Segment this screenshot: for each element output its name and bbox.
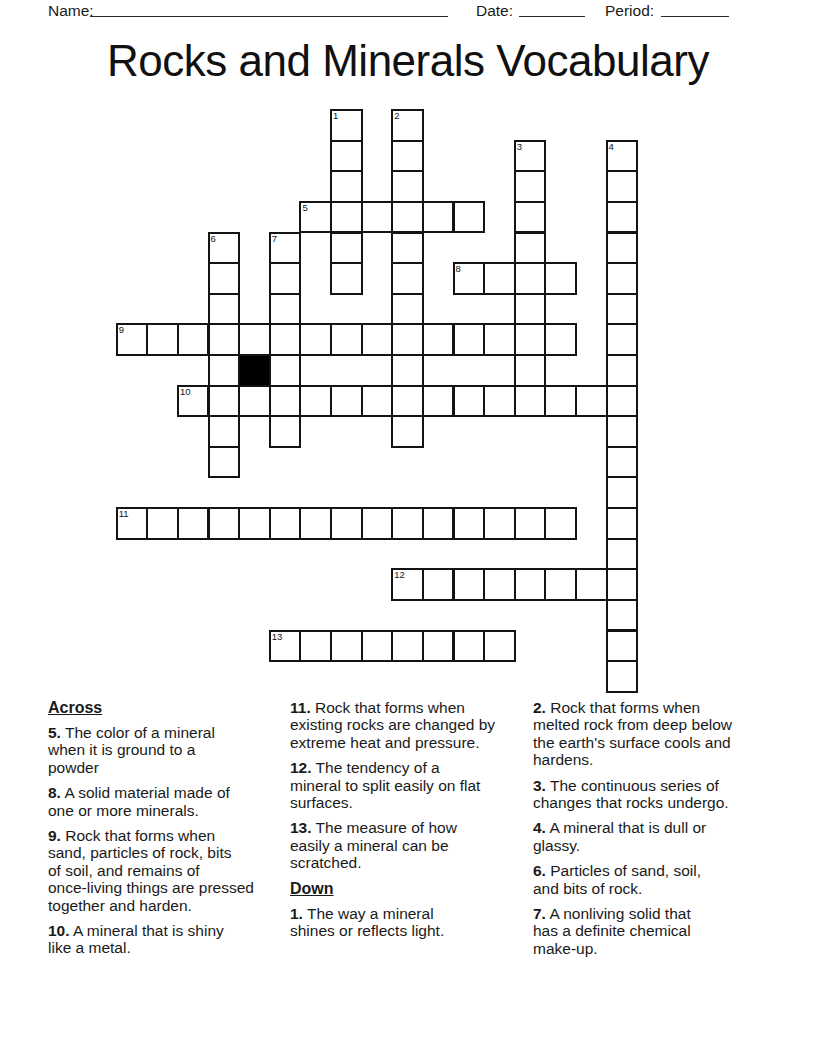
clue-across-13: 13. The measure of how easily a mineral …: [290, 819, 532, 871]
clue-number-label: 7.: [533, 905, 546, 922]
grid-cell[interactable]: [544, 507, 577, 540]
clue-number-label: 8.: [48, 784, 61, 801]
grid-cell[interactable]: [391, 170, 424, 203]
clue-column-3: 2. Rock that forms when melted rock from…: [533, 699, 775, 965]
grid-cell[interactable]: 2: [391, 109, 424, 142]
grid-cell[interactable]: [514, 262, 547, 295]
black-cell: [238, 354, 271, 387]
clue-number-label: 5.: [48, 724, 61, 741]
clue-number: 2: [394, 110, 399, 121]
grid-cell[interactable]: [330, 507, 363, 540]
clue-number: 7: [272, 233, 277, 244]
puzzle-title: Rocks and Minerals Vocabulary: [0, 36, 816, 86]
grid-cell[interactable]: [483, 630, 516, 663]
grid-cell[interactable]: [208, 262, 241, 295]
grid-cell[interactable]: 5: [299, 201, 332, 234]
grid-cell[interactable]: [330, 140, 363, 173]
grid-cell[interactable]: [177, 507, 210, 540]
grid-cell[interactable]: [361, 201, 394, 234]
grid-cell[interactable]: [422, 630, 455, 663]
clue-number-label: 10.: [48, 922, 70, 939]
clue-number: 3: [517, 141, 522, 152]
grid-cell[interactable]: [269, 354, 302, 387]
grid-cell[interactable]: [330, 630, 363, 663]
grid-cell[interactable]: [330, 385, 363, 418]
clue-down-4: 4. A mineral that is dull or glassy.: [533, 819, 775, 854]
grid-cell[interactable]: [514, 293, 547, 326]
grid-cell[interactable]: [208, 323, 241, 356]
clue-number-label: 4.: [533, 819, 546, 836]
grid-cell[interactable]: [422, 201, 455, 234]
grid-cell[interactable]: [361, 507, 394, 540]
grid-cell[interactable]: 7: [269, 232, 302, 265]
grid-cell[interactable]: 3: [514, 140, 547, 173]
grid-cell[interactable]: [146, 507, 179, 540]
grid-cell[interactable]: [606, 232, 639, 265]
date-blank: [519, 2, 585, 17]
grid-cell[interactable]: [606, 660, 639, 693]
grid-cell[interactable]: [208, 415, 241, 448]
clue-across-9: 9. Rock that forms when sand, particles …: [48, 827, 290, 914]
grid-cell[interactable]: [330, 170, 363, 203]
grid-cell[interactable]: [453, 201, 486, 234]
grid-cell[interactable]: [544, 568, 577, 601]
grid-cell[interactable]: [391, 323, 424, 356]
grid-cell[interactable]: [299, 630, 332, 663]
grid-cell[interactable]: [422, 507, 455, 540]
grid-cell[interactable]: [269, 262, 302, 295]
clue-number: 8: [456, 263, 461, 274]
clue-number: 9: [119, 324, 124, 335]
grid-cell[interactable]: [514, 323, 547, 356]
grid-cell[interactable]: 6: [208, 232, 241, 265]
clue-column-2: 11. Rock that forms when existing rocks …: [290, 699, 532, 947]
grid-cell[interactable]: [483, 568, 516, 601]
clue-number: 6: [211, 233, 216, 244]
grid-cell[interactable]: [453, 323, 486, 356]
grid-cell[interactable]: 4: [606, 140, 639, 173]
grid-cell[interactable]: 1: [330, 109, 363, 142]
grid-cell[interactable]: [606, 323, 639, 356]
grid-cell[interactable]: [391, 415, 424, 448]
grid-cell[interactable]: [238, 385, 271, 418]
grid-cell[interactable]: [453, 507, 486, 540]
clue-section-header-down: Down: [290, 880, 532, 898]
grid-cell[interactable]: [606, 476, 639, 509]
clue-column-1: Across5. The color of a mineral when it …: [48, 699, 290, 965]
grid-cell[interactable]: [146, 323, 179, 356]
period-label: Period:: [605, 2, 654, 20]
grid-cell[interactable]: [606, 354, 639, 387]
grid-cell[interactable]: [269, 293, 302, 326]
grid-cell[interactable]: [606, 446, 639, 479]
clue-number: 5: [302, 202, 307, 213]
grid-cell[interactable]: [361, 385, 394, 418]
grid-cell[interactable]: [483, 385, 516, 418]
grid-cell[interactable]: [606, 599, 639, 632]
grid-cell[interactable]: [544, 262, 577, 295]
grid-cell[interactable]: [483, 507, 516, 540]
period-blank: [661, 2, 729, 17]
grid-cell[interactable]: [391, 293, 424, 326]
clue-number-label: 12.: [290, 759, 312, 776]
grid-cell[interactable]: [606, 170, 639, 203]
clue-across-10: 10. A mineral that is shiny like a metal…: [48, 922, 290, 957]
grid-cell[interactable]: [422, 323, 455, 356]
grid-cell[interactable]: [208, 385, 241, 418]
clue-across-5: 5. The color of a mineral when it is gro…: [48, 724, 290, 776]
grid-cell[interactable]: [422, 568, 455, 601]
grid-cell[interactable]: [330, 232, 363, 265]
grid-cell[interactable]: [330, 323, 363, 356]
grid-cell[interactable]: [544, 323, 577, 356]
grid-cell[interactable]: [514, 232, 547, 265]
grid-cell[interactable]: [238, 323, 271, 356]
clue-across-11: 11. Rock that forms when existing rocks …: [290, 699, 532, 751]
grid-cell[interactable]: [422, 385, 455, 418]
clue-number: 12: [394, 569, 405, 580]
grid-cell[interactable]: [575, 568, 608, 601]
grid-cell[interactable]: [514, 507, 547, 540]
grid-cell[interactable]: [269, 507, 302, 540]
clue-number-label: 1.: [290, 905, 303, 922]
grid-cell[interactable]: [453, 630, 486, 663]
grid-cell[interactable]: [453, 568, 486, 601]
grid-cell[interactable]: [514, 170, 547, 203]
grid-cell[interactable]: [330, 201, 363, 234]
grid-cell[interactable]: [606, 385, 639, 418]
name-label: Name:: [48, 2, 94, 20]
grid-cell[interactable]: [361, 323, 394, 356]
clue-number-label: 6.: [533, 862, 546, 879]
grid-cell[interactable]: [391, 507, 424, 540]
grid-cell[interactable]: [177, 323, 210, 356]
grid-cell[interactable]: [391, 201, 424, 234]
grid-cell[interactable]: [208, 507, 241, 540]
grid-cell[interactable]: 8: [453, 262, 486, 295]
clue-down-3: 3. The continuous series of changes that…: [533, 777, 775, 812]
grid-cell[interactable]: [514, 354, 547, 387]
clue-number-label: 9.: [48, 827, 61, 844]
grid-cell[interactable]: [269, 385, 302, 418]
grid-cell[interactable]: [514, 385, 547, 418]
grid-cell[interactable]: [299, 323, 332, 356]
grid-cell[interactable]: [269, 415, 302, 448]
grid-cell[interactable]: [391, 385, 424, 418]
grid-cell[interactable]: [606, 507, 639, 540]
grid-cell[interactable]: 11: [116, 507, 149, 540]
grid-cell[interactable]: [514, 568, 547, 601]
clue-number: 10: [180, 386, 191, 397]
grid-cell[interactable]: 12: [391, 568, 424, 601]
grid-cell[interactable]: [606, 293, 639, 326]
grid-cell[interactable]: [483, 262, 516, 295]
grid-cell[interactable]: [514, 201, 547, 234]
date-label: Date:: [476, 2, 513, 20]
grid-cell[interactable]: [299, 385, 332, 418]
grid-cell[interactable]: [606, 538, 639, 571]
clue-down-7: 7. A nonliving solid that has a definite…: [533, 905, 775, 957]
grid-cell[interactable]: [483, 323, 516, 356]
grid-cell[interactable]: [238, 507, 271, 540]
grid-cell[interactable]: 10: [177, 385, 210, 418]
clue-number: 13: [272, 631, 283, 642]
grid-cell[interactable]: [606, 415, 639, 448]
grid-cell[interactable]: [208, 293, 241, 326]
clue-number-label: 3.: [533, 777, 546, 794]
clue-down-1: 1. The way a mineral shines or reflects …: [290, 905, 532, 940]
clue-down-6: 6. Particles of sand, soil, and bits of …: [533, 862, 775, 897]
grid-cell[interactable]: [391, 262, 424, 295]
clue-number-label: 13.: [290, 819, 312, 836]
grid-cell[interactable]: [606, 630, 639, 663]
grid-cell[interactable]: [453, 385, 486, 418]
clue-number: 1: [333, 110, 338, 121]
grid-cell[interactable]: 13: [269, 630, 302, 663]
clue-number-label: 2.: [533, 699, 546, 716]
grid-cell[interactable]: [606, 568, 639, 601]
grid-cell[interactable]: [269, 323, 302, 356]
clue-down-2: 2. Rock that forms when melted rock from…: [533, 699, 775, 769]
grid-cell[interactable]: [299, 507, 332, 540]
worksheet-page: Name: Date: Period: Rocks and Minerals V…: [0, 0, 816, 1056]
clue-across-12: 12. The tendency of a mineral to split e…: [290, 759, 532, 811]
grid-cell[interactable]: [575, 385, 608, 418]
grid-cell[interactable]: [391, 232, 424, 265]
clue-number: 11: [119, 508, 129, 519]
name-blank: [90, 2, 448, 17]
grid-cell[interactable]: [391, 630, 424, 663]
grid-cell[interactable]: [606, 262, 639, 295]
clue-number-label: 11.: [290, 699, 311, 716]
clue-across-8: 8. A solid material made of one or more …: [48, 784, 290, 819]
grid-cell[interactable]: [606, 201, 639, 234]
grid-cell[interactable]: [208, 354, 241, 387]
grid-cell[interactable]: [544, 385, 577, 418]
grid-cell[interactable]: [208, 446, 241, 479]
grid-cell[interactable]: [361, 630, 394, 663]
clue-section-header-across: Across: [48, 699, 290, 717]
grid-cell[interactable]: [330, 262, 363, 295]
grid-cell[interactable]: [391, 354, 424, 387]
grid-cell[interactable]: [391, 140, 424, 173]
grid-cell[interactable]: 9: [116, 323, 149, 356]
clue-number: 4: [609, 141, 614, 152]
